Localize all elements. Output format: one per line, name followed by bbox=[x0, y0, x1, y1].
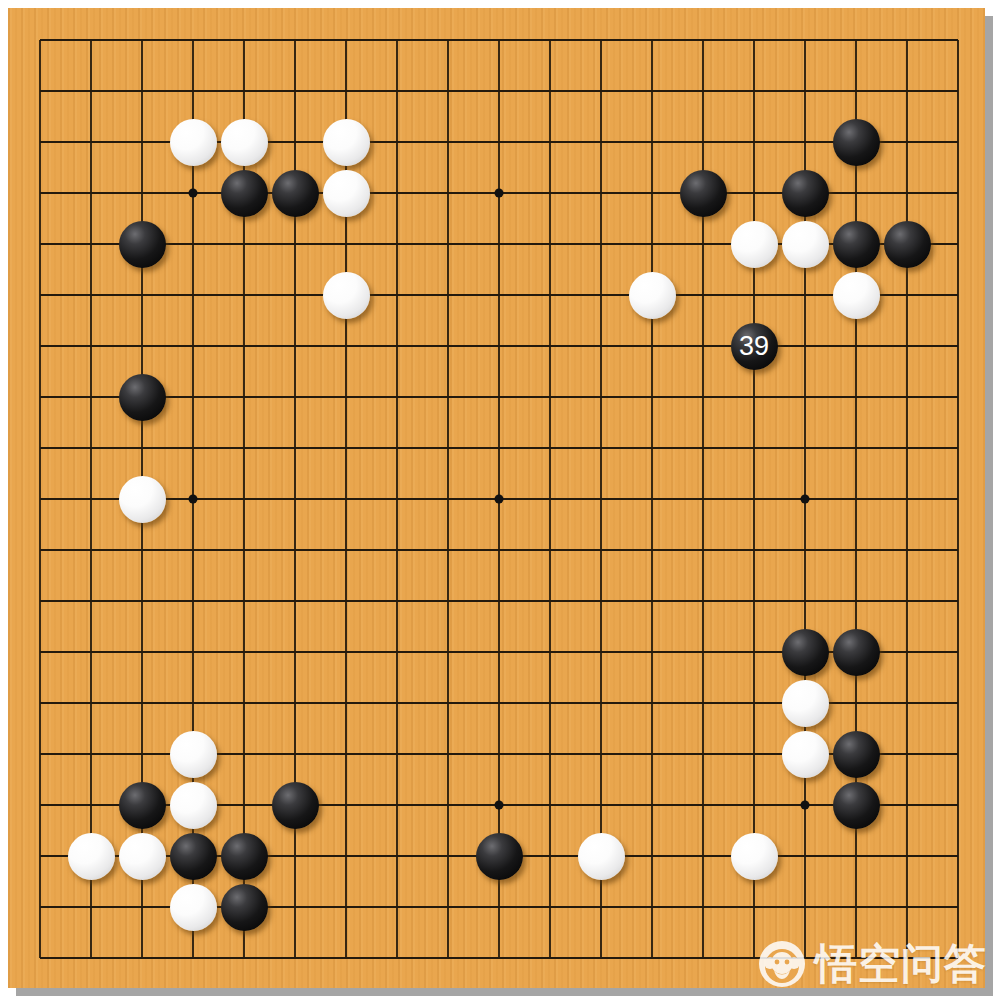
intersection-c15-r3[interactable] bbox=[780, 168, 831, 219]
intersection-c11-r0[interactable] bbox=[576, 15, 627, 66]
intersection-c12-r4[interactable] bbox=[627, 219, 678, 270]
intersection-c13-r10[interactable] bbox=[678, 525, 729, 576]
intersection-c9-r9[interactable] bbox=[474, 474, 525, 525]
intersection-c1-r17[interactable] bbox=[66, 882, 117, 933]
intersection-c1-r9[interactable] bbox=[66, 474, 117, 525]
intersection-c16-r14[interactable] bbox=[831, 729, 882, 780]
intersection-c18-r2[interactable] bbox=[933, 117, 984, 168]
intersection-c6-r18[interactable] bbox=[321, 933, 372, 984]
intersection-c4-r0[interactable] bbox=[219, 15, 270, 66]
intersection-c12-r5[interactable] bbox=[627, 270, 678, 321]
intersection-c9-r1[interactable] bbox=[474, 66, 525, 117]
intersection-c7-r2[interactable] bbox=[372, 117, 423, 168]
intersection-c11-r9[interactable] bbox=[576, 474, 627, 525]
intersection-c6-r6[interactable] bbox=[321, 321, 372, 372]
intersection-c11-r12[interactable] bbox=[576, 627, 627, 678]
intersection-c17-r15[interactable] bbox=[882, 780, 933, 831]
intersection-c8-r7[interactable] bbox=[423, 372, 474, 423]
intersection-c14-r3[interactable] bbox=[729, 168, 780, 219]
intersection-c3-r3[interactable] bbox=[168, 168, 219, 219]
intersection-c17-r16[interactable] bbox=[882, 831, 933, 882]
intersection-c0-r12[interactable] bbox=[15, 627, 66, 678]
intersection-c11-r3[interactable] bbox=[576, 168, 627, 219]
intersection-c8-r1[interactable] bbox=[423, 66, 474, 117]
intersection-c17-r4[interactable] bbox=[882, 219, 933, 270]
intersection-c7-r4[interactable] bbox=[372, 219, 423, 270]
intersection-c5-r16[interactable] bbox=[270, 831, 321, 882]
intersection-c5-r4[interactable] bbox=[270, 219, 321, 270]
intersection-c1-r2[interactable] bbox=[66, 117, 117, 168]
intersection-c1-r0[interactable] bbox=[66, 15, 117, 66]
intersection-c5-r12[interactable] bbox=[270, 627, 321, 678]
intersection-c13-r6[interactable] bbox=[678, 321, 729, 372]
intersection-c12-r12[interactable] bbox=[627, 627, 678, 678]
intersection-c4-r8[interactable] bbox=[219, 423, 270, 474]
intersection-c11-r11[interactable] bbox=[576, 576, 627, 627]
intersection-c9-r15[interactable] bbox=[474, 780, 525, 831]
intersection-c14-r16[interactable] bbox=[729, 831, 780, 882]
intersection-c17-r3[interactable] bbox=[882, 168, 933, 219]
intersection-c13-r5[interactable] bbox=[678, 270, 729, 321]
intersection-c13-r13[interactable] bbox=[678, 678, 729, 729]
intersection-c7-r10[interactable] bbox=[372, 525, 423, 576]
intersection-c17-r13[interactable] bbox=[882, 678, 933, 729]
intersection-c14-r11[interactable] bbox=[729, 576, 780, 627]
intersection-c10-r18[interactable] bbox=[525, 933, 576, 984]
intersection-c11-r5[interactable] bbox=[576, 270, 627, 321]
intersection-c10-r3[interactable] bbox=[525, 168, 576, 219]
intersection-c10-r11[interactable] bbox=[525, 576, 576, 627]
intersection-c10-r15[interactable] bbox=[525, 780, 576, 831]
intersection-c4-r11[interactable] bbox=[219, 576, 270, 627]
intersection-c10-r0[interactable] bbox=[525, 15, 576, 66]
intersection-c0-r1[interactable] bbox=[15, 66, 66, 117]
intersection-c8-r17[interactable] bbox=[423, 882, 474, 933]
intersection-c11-r7[interactable] bbox=[576, 372, 627, 423]
intersection-c0-r7[interactable] bbox=[15, 372, 66, 423]
intersection-c10-r7[interactable] bbox=[525, 372, 576, 423]
intersection-c1-r3[interactable] bbox=[66, 168, 117, 219]
intersection-c1-r7[interactable] bbox=[66, 372, 117, 423]
intersection-c2-r7[interactable] bbox=[117, 372, 168, 423]
intersection-c13-r16[interactable] bbox=[678, 831, 729, 882]
intersection-c14-r10[interactable] bbox=[729, 525, 780, 576]
intersection-c1-r16[interactable] bbox=[66, 831, 117, 882]
intersection-c6-r7[interactable] bbox=[321, 372, 372, 423]
intersection-c5-r17[interactable] bbox=[270, 882, 321, 933]
intersection-c9-r2[interactable] bbox=[474, 117, 525, 168]
intersection-c7-r0[interactable] bbox=[372, 15, 423, 66]
intersection-c3-r15[interactable] bbox=[168, 780, 219, 831]
intersection-c18-r4[interactable] bbox=[933, 219, 984, 270]
intersection-c0-r13[interactable] bbox=[15, 678, 66, 729]
intersection-c6-r2[interactable] bbox=[321, 117, 372, 168]
intersection-c7-r6[interactable] bbox=[372, 321, 423, 372]
intersection-c3-r7[interactable] bbox=[168, 372, 219, 423]
intersection-c5-r3[interactable] bbox=[270, 168, 321, 219]
intersection-c11-r16[interactable] bbox=[576, 831, 627, 882]
intersection-c0-r14[interactable] bbox=[15, 729, 66, 780]
intersection-c18-r9[interactable] bbox=[933, 474, 984, 525]
intersection-c10-r17[interactable] bbox=[525, 882, 576, 933]
intersection-c6-r11[interactable] bbox=[321, 576, 372, 627]
intersection-c13-r0[interactable] bbox=[678, 15, 729, 66]
intersection-c17-r5[interactable] bbox=[882, 270, 933, 321]
intersection-c6-r14[interactable] bbox=[321, 729, 372, 780]
intersection-c17-r9[interactable] bbox=[882, 474, 933, 525]
intersection-c6-r13[interactable] bbox=[321, 678, 372, 729]
intersection-c12-r17[interactable] bbox=[627, 882, 678, 933]
intersection-c2-r13[interactable] bbox=[117, 678, 168, 729]
intersection-c17-r1[interactable] bbox=[882, 66, 933, 117]
intersection-c9-r6[interactable] bbox=[474, 321, 525, 372]
intersection-c12-r6[interactable] bbox=[627, 321, 678, 372]
intersection-c18-r15[interactable] bbox=[933, 780, 984, 831]
intersection-c2-r18[interactable] bbox=[117, 933, 168, 984]
intersection-c2-r0[interactable] bbox=[117, 15, 168, 66]
intersection-c1-r14[interactable] bbox=[66, 729, 117, 780]
intersection-c6-r3[interactable] bbox=[321, 168, 372, 219]
intersection-c16-r7[interactable] bbox=[831, 372, 882, 423]
intersection-c1-r8[interactable] bbox=[66, 423, 117, 474]
intersection-c15-r10[interactable] bbox=[780, 525, 831, 576]
intersection-c9-r12[interactable] bbox=[474, 627, 525, 678]
intersection-c6-r15[interactable] bbox=[321, 780, 372, 831]
intersection-c9-r17[interactable] bbox=[474, 882, 525, 933]
intersection-c10-r4[interactable] bbox=[525, 219, 576, 270]
intersection-c18-r5[interactable] bbox=[933, 270, 984, 321]
intersection-c14-r13[interactable] bbox=[729, 678, 780, 729]
intersection-c3-r1[interactable] bbox=[168, 66, 219, 117]
intersection-c18-r12[interactable] bbox=[933, 627, 984, 678]
intersection-c16-r17[interactable] bbox=[831, 882, 882, 933]
intersection-c13-r1[interactable] bbox=[678, 66, 729, 117]
intersection-c15-r0[interactable] bbox=[780, 15, 831, 66]
intersection-c5-r15[interactable] bbox=[270, 780, 321, 831]
intersection-c7-r16[interactable] bbox=[372, 831, 423, 882]
intersection-c17-r8[interactable] bbox=[882, 423, 933, 474]
intersection-c15-r2[interactable] bbox=[780, 117, 831, 168]
intersection-c2-r4[interactable] bbox=[117, 219, 168, 270]
intersection-c3-r17[interactable] bbox=[168, 882, 219, 933]
intersection-c14-r9[interactable] bbox=[729, 474, 780, 525]
intersection-c3-r12[interactable] bbox=[168, 627, 219, 678]
intersection-c10-r9[interactable] bbox=[525, 474, 576, 525]
intersection-c5-r1[interactable] bbox=[270, 66, 321, 117]
intersection-c12-r13[interactable] bbox=[627, 678, 678, 729]
intersection-c8-r16[interactable] bbox=[423, 831, 474, 882]
intersection-c13-r11[interactable] bbox=[678, 576, 729, 627]
intersection-c4-r17[interactable] bbox=[219, 882, 270, 933]
intersection-c11-r1[interactable] bbox=[576, 66, 627, 117]
intersection-c10-r14[interactable] bbox=[525, 729, 576, 780]
intersection-c17-r2[interactable] bbox=[882, 117, 933, 168]
intersection-c17-r12[interactable] bbox=[882, 627, 933, 678]
intersection-c5-r18[interactable] bbox=[270, 933, 321, 984]
intersection-c15-r13[interactable] bbox=[780, 678, 831, 729]
intersection-c4-r10[interactable] bbox=[219, 525, 270, 576]
intersection-c14-r4[interactable] bbox=[729, 219, 780, 270]
intersection-c6-r17[interactable] bbox=[321, 882, 372, 933]
intersection-c14-r8[interactable] bbox=[729, 423, 780, 474]
intersection-c13-r18[interactable] bbox=[678, 933, 729, 984]
intersection-c8-r15[interactable] bbox=[423, 780, 474, 831]
intersection-c7-r17[interactable] bbox=[372, 882, 423, 933]
intersection-c6-r10[interactable] bbox=[321, 525, 372, 576]
intersection-c2-r2[interactable] bbox=[117, 117, 168, 168]
intersection-c1-r12[interactable] bbox=[66, 627, 117, 678]
intersection-c15-r12[interactable] bbox=[780, 627, 831, 678]
intersection-c3-r13[interactable] bbox=[168, 678, 219, 729]
intersection-c12-r0[interactable] bbox=[627, 15, 678, 66]
intersection-c13-r3[interactable] bbox=[678, 168, 729, 219]
intersection-c10-r6[interactable] bbox=[525, 321, 576, 372]
intersection-c18-r16[interactable] bbox=[933, 831, 984, 882]
intersection-c4-r5[interactable] bbox=[219, 270, 270, 321]
intersection-c18-r1[interactable] bbox=[933, 66, 984, 117]
intersection-c1-r18[interactable] bbox=[66, 933, 117, 984]
intersection-c14-r0[interactable] bbox=[729, 15, 780, 66]
intersection-c13-r12[interactable] bbox=[678, 627, 729, 678]
intersection-c4-r15[interactable] bbox=[219, 780, 270, 831]
intersection-c15-r17[interactable] bbox=[780, 882, 831, 933]
intersection-c12-r8[interactable] bbox=[627, 423, 678, 474]
intersection-c1-r4[interactable] bbox=[66, 219, 117, 270]
intersection-c0-r17[interactable] bbox=[15, 882, 66, 933]
intersection-c1-r11[interactable] bbox=[66, 576, 117, 627]
intersection-c6-r16[interactable] bbox=[321, 831, 372, 882]
intersection-c16-r6[interactable] bbox=[831, 321, 882, 372]
intersection-c15-r6[interactable] bbox=[780, 321, 831, 372]
intersection-c9-r16[interactable] bbox=[474, 831, 525, 882]
intersection-c7-r13[interactable] bbox=[372, 678, 423, 729]
intersection-c8-r4[interactable] bbox=[423, 219, 474, 270]
intersection-c12-r10[interactable] bbox=[627, 525, 678, 576]
intersection-c12-r7[interactable] bbox=[627, 372, 678, 423]
intersection-c11-r10[interactable] bbox=[576, 525, 627, 576]
intersection-c5-r11[interactable] bbox=[270, 576, 321, 627]
intersection-c0-r3[interactable] bbox=[15, 168, 66, 219]
intersection-c5-r2[interactable] bbox=[270, 117, 321, 168]
intersection-c17-r6[interactable] bbox=[882, 321, 933, 372]
intersection-c15-r7[interactable] bbox=[780, 372, 831, 423]
intersection-c3-r18[interactable] bbox=[168, 933, 219, 984]
intersection-c7-r12[interactable] bbox=[372, 627, 423, 678]
intersection-c10-r5[interactable] bbox=[525, 270, 576, 321]
intersection-c1-r1[interactable] bbox=[66, 66, 117, 117]
intersection-c10-r13[interactable] bbox=[525, 678, 576, 729]
intersection-c2-r16[interactable] bbox=[117, 831, 168, 882]
intersection-c6-r8[interactable] bbox=[321, 423, 372, 474]
intersection-c9-r3[interactable] bbox=[474, 168, 525, 219]
intersection-c14-r12[interactable] bbox=[729, 627, 780, 678]
intersection-c10-r16[interactable] bbox=[525, 831, 576, 882]
intersection-c10-r1[interactable] bbox=[525, 66, 576, 117]
intersection-c15-r14[interactable] bbox=[780, 729, 831, 780]
intersection-c0-r8[interactable] bbox=[15, 423, 66, 474]
intersection-c9-r5[interactable] bbox=[474, 270, 525, 321]
intersection-c18-r17[interactable] bbox=[933, 882, 984, 933]
intersection-c18-r7[interactable] bbox=[933, 372, 984, 423]
intersection-c1-r10[interactable] bbox=[66, 525, 117, 576]
intersection-c6-r9[interactable] bbox=[321, 474, 372, 525]
intersection-c14-r6[interactable]: 39 bbox=[729, 321, 780, 372]
intersection-c3-r9[interactable] bbox=[168, 474, 219, 525]
intersection-c18-r0[interactable] bbox=[933, 15, 984, 66]
intersection-c10-r2[interactable] bbox=[525, 117, 576, 168]
intersection-c7-r8[interactable] bbox=[372, 423, 423, 474]
intersection-c16-r5[interactable] bbox=[831, 270, 882, 321]
intersection-c3-r0[interactable] bbox=[168, 15, 219, 66]
intersection-c11-r14[interactable] bbox=[576, 729, 627, 780]
intersection-c6-r4[interactable] bbox=[321, 219, 372, 270]
intersection-c7-r11[interactable] bbox=[372, 576, 423, 627]
intersection-c2-r10[interactable] bbox=[117, 525, 168, 576]
intersection-c12-r11[interactable] bbox=[627, 576, 678, 627]
intersection-c17-r10[interactable] bbox=[882, 525, 933, 576]
intersection-c4-r1[interactable] bbox=[219, 66, 270, 117]
intersection-c9-r7[interactable] bbox=[474, 372, 525, 423]
intersection-c13-r8[interactable] bbox=[678, 423, 729, 474]
intersection-c15-r11[interactable] bbox=[780, 576, 831, 627]
intersection-c0-r0[interactable] bbox=[15, 15, 66, 66]
intersection-c16-r11[interactable] bbox=[831, 576, 882, 627]
intersection-c17-r17[interactable] bbox=[882, 882, 933, 933]
intersection-c14-r15[interactable] bbox=[729, 780, 780, 831]
intersection-c5-r13[interactable] bbox=[270, 678, 321, 729]
intersection-c15-r9[interactable] bbox=[780, 474, 831, 525]
intersection-c15-r4[interactable] bbox=[780, 219, 831, 270]
intersection-c2-r5[interactable] bbox=[117, 270, 168, 321]
intersection-c11-r15[interactable] bbox=[576, 780, 627, 831]
intersection-c16-r16[interactable] bbox=[831, 831, 882, 882]
intersection-c12-r2[interactable] bbox=[627, 117, 678, 168]
intersection-c3-r11[interactable] bbox=[168, 576, 219, 627]
intersection-c5-r14[interactable] bbox=[270, 729, 321, 780]
intersection-c14-r7[interactable] bbox=[729, 372, 780, 423]
intersection-c12-r14[interactable] bbox=[627, 729, 678, 780]
intersection-c16-r8[interactable] bbox=[831, 423, 882, 474]
intersection-c16-r9[interactable] bbox=[831, 474, 882, 525]
intersection-c14-r1[interactable] bbox=[729, 66, 780, 117]
intersection-c2-r14[interactable] bbox=[117, 729, 168, 780]
intersection-c13-r14[interactable] bbox=[678, 729, 729, 780]
intersection-c9-r13[interactable] bbox=[474, 678, 525, 729]
intersection-c4-r2[interactable] bbox=[219, 117, 270, 168]
intersection-c1-r6[interactable] bbox=[66, 321, 117, 372]
intersection-c16-r15[interactable] bbox=[831, 780, 882, 831]
intersection-c8-r9[interactable] bbox=[423, 474, 474, 525]
intersection-c12-r9[interactable] bbox=[627, 474, 678, 525]
intersection-c18-r8[interactable] bbox=[933, 423, 984, 474]
intersection-c3-r4[interactable] bbox=[168, 219, 219, 270]
intersection-c4-r14[interactable] bbox=[219, 729, 270, 780]
intersection-c14-r14[interactable] bbox=[729, 729, 780, 780]
intersection-c3-r2[interactable] bbox=[168, 117, 219, 168]
intersection-c8-r13[interactable] bbox=[423, 678, 474, 729]
intersection-c10-r12[interactable] bbox=[525, 627, 576, 678]
intersection-c8-r12[interactable] bbox=[423, 627, 474, 678]
intersection-c17-r14[interactable] bbox=[882, 729, 933, 780]
intersection-c17-r7[interactable] bbox=[882, 372, 933, 423]
intersection-c4-r7[interactable] bbox=[219, 372, 270, 423]
intersection-c9-r8[interactable] bbox=[474, 423, 525, 474]
intersection-c5-r5[interactable] bbox=[270, 270, 321, 321]
intersection-c13-r2[interactable] bbox=[678, 117, 729, 168]
intersection-c4-r13[interactable] bbox=[219, 678, 270, 729]
intersection-c0-r6[interactable] bbox=[15, 321, 66, 372]
intersection-c2-r9[interactable] bbox=[117, 474, 168, 525]
intersection-c11-r4[interactable] bbox=[576, 219, 627, 270]
intersection-c12-r16[interactable] bbox=[627, 831, 678, 882]
intersection-c2-r11[interactable] bbox=[117, 576, 168, 627]
intersection-c0-r16[interactable] bbox=[15, 831, 66, 882]
intersection-c4-r3[interactable] bbox=[219, 168, 270, 219]
intersection-c14-r5[interactable] bbox=[729, 270, 780, 321]
intersection-c3-r5[interactable] bbox=[168, 270, 219, 321]
intersection-c15-r15[interactable] bbox=[780, 780, 831, 831]
intersection-c9-r0[interactable] bbox=[474, 15, 525, 66]
intersection-c10-r10[interactable] bbox=[525, 525, 576, 576]
intersection-c5-r6[interactable] bbox=[270, 321, 321, 372]
intersection-c18-r11[interactable] bbox=[933, 576, 984, 627]
intersection-c0-r11[interactable] bbox=[15, 576, 66, 627]
intersection-c8-r2[interactable] bbox=[423, 117, 474, 168]
intersection-c4-r12[interactable] bbox=[219, 627, 270, 678]
intersection-c3-r14[interactable] bbox=[168, 729, 219, 780]
intersection-c18-r14[interactable] bbox=[933, 729, 984, 780]
intersection-c10-r8[interactable] bbox=[525, 423, 576, 474]
intersection-c14-r17[interactable] bbox=[729, 882, 780, 933]
intersection-c7-r1[interactable] bbox=[372, 66, 423, 117]
intersection-c13-r15[interactable] bbox=[678, 780, 729, 831]
intersection-c8-r0[interactable] bbox=[423, 15, 474, 66]
intersection-c16-r3[interactable] bbox=[831, 168, 882, 219]
intersection-c2-r6[interactable] bbox=[117, 321, 168, 372]
intersection-c0-r9[interactable] bbox=[15, 474, 66, 525]
intersection-c0-r10[interactable] bbox=[15, 525, 66, 576]
intersection-c2-r1[interactable] bbox=[117, 66, 168, 117]
intersection-c1-r15[interactable] bbox=[66, 780, 117, 831]
intersection-c8-r10[interactable] bbox=[423, 525, 474, 576]
intersection-c5-r7[interactable] bbox=[270, 372, 321, 423]
intersection-c8-r18[interactable] bbox=[423, 933, 474, 984]
intersection-c12-r3[interactable] bbox=[627, 168, 678, 219]
intersection-c5-r0[interactable] bbox=[270, 15, 321, 66]
intersection-c13-r17[interactable] bbox=[678, 882, 729, 933]
intersection-c2-r8[interactable] bbox=[117, 423, 168, 474]
intersection-c11-r17[interactable] bbox=[576, 882, 627, 933]
intersection-c18-r13[interactable] bbox=[933, 678, 984, 729]
intersection-c6-r0[interactable] bbox=[321, 15, 372, 66]
intersection-c13-r7[interactable] bbox=[678, 372, 729, 423]
intersection-c12-r1[interactable] bbox=[627, 66, 678, 117]
intersection-c1-r5[interactable] bbox=[66, 270, 117, 321]
intersection-c17-r0[interactable] bbox=[882, 15, 933, 66]
intersection-c0-r4[interactable] bbox=[15, 219, 66, 270]
intersection-c8-r6[interactable] bbox=[423, 321, 474, 372]
intersection-c3-r16[interactable] bbox=[168, 831, 219, 882]
intersection-c9-r11[interactable] bbox=[474, 576, 525, 627]
intersection-c11-r6[interactable] bbox=[576, 321, 627, 372]
intersection-c7-r15[interactable] bbox=[372, 780, 423, 831]
intersection-c15-r16[interactable] bbox=[780, 831, 831, 882]
intersection-c8-r5[interactable] bbox=[423, 270, 474, 321]
intersection-c9-r4[interactable] bbox=[474, 219, 525, 270]
intersection-c16-r4[interactable] bbox=[831, 219, 882, 270]
intersection-c7-r5[interactable] bbox=[372, 270, 423, 321]
intersection-c16-r12[interactable] bbox=[831, 627, 882, 678]
